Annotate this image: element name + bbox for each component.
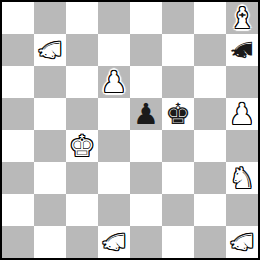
- white-pawn-d6: ♟: [101, 66, 127, 98]
- square-d7[interactable]: [98, 34, 130, 66]
- square-c2[interactable]: [66, 194, 98, 226]
- square-h4[interactable]: [226, 130, 258, 162]
- square-c3[interactable]: [66, 162, 98, 194]
- chess-board: ♝♞♞♟♟♚♟♚♞♞♞: [0, 0, 260, 260]
- white-king-c4: ♚: [69, 130, 95, 162]
- chess-diagram: ♝♞♞♟♟♚♟♚♞♞♞: [0, 0, 260, 260]
- square-b2[interactable]: [34, 194, 66, 226]
- square-d8[interactable]: [98, 2, 130, 34]
- square-d4[interactable]: [98, 130, 130, 162]
- square-e5[interactable]: ♟: [130, 98, 162, 130]
- square-f8[interactable]: [162, 2, 194, 34]
- square-h6[interactable]: [226, 66, 258, 98]
- square-f6[interactable]: [162, 66, 194, 98]
- white-nightrider-d1: ♞: [98, 229, 130, 255]
- square-b4[interactable]: [34, 130, 66, 162]
- square-f1[interactable]: [162, 226, 194, 258]
- square-b6[interactable]: [34, 66, 66, 98]
- white-knight-h3: ♞: [229, 162, 255, 194]
- square-a7[interactable]: [2, 34, 34, 66]
- square-g4[interactable]: [194, 130, 226, 162]
- square-c4[interactable]: ♚: [66, 130, 98, 162]
- square-g2[interactable]: [194, 194, 226, 226]
- square-b1[interactable]: [34, 226, 66, 258]
- square-d6[interactable]: ♟: [98, 66, 130, 98]
- square-b3[interactable]: [34, 162, 66, 194]
- square-d1[interactable]: ♞: [98, 226, 130, 258]
- square-a6[interactable]: [2, 66, 34, 98]
- square-e7[interactable]: [130, 34, 162, 66]
- square-f3[interactable]: [162, 162, 194, 194]
- square-e2[interactable]: [130, 194, 162, 226]
- square-g7[interactable]: [194, 34, 226, 66]
- square-h8[interactable]: ♝: [226, 2, 258, 34]
- square-e1[interactable]: [130, 226, 162, 258]
- square-d3[interactable]: [98, 162, 130, 194]
- black-nightrider-h7: ♞: [226, 37, 258, 63]
- square-f4[interactable]: [162, 130, 194, 162]
- square-a1[interactable]: [2, 226, 34, 258]
- white-nightrider-b7: ♞: [34, 37, 66, 63]
- square-c1[interactable]: [66, 226, 98, 258]
- square-f5[interactable]: ♚: [162, 98, 194, 130]
- square-g6[interactable]: [194, 66, 226, 98]
- square-h5[interactable]: ♟: [226, 98, 258, 130]
- square-b5[interactable]: [34, 98, 66, 130]
- square-d2[interactable]: [98, 194, 130, 226]
- square-e8[interactable]: [130, 2, 162, 34]
- black-pawn-e5: ♟: [133, 98, 159, 130]
- square-c5[interactable]: [66, 98, 98, 130]
- square-c6[interactable]: [66, 66, 98, 98]
- square-a2[interactable]: [2, 194, 34, 226]
- square-a8[interactable]: [2, 2, 34, 34]
- square-c7[interactable]: [66, 34, 98, 66]
- white-pawn-h5: ♟: [229, 98, 255, 130]
- square-g8[interactable]: [194, 2, 226, 34]
- square-a4[interactable]: [2, 130, 34, 162]
- square-h1[interactable]: ♞: [226, 226, 258, 258]
- black-king-f5: ♚: [165, 98, 191, 130]
- square-e6[interactable]: [130, 66, 162, 98]
- square-f7[interactable]: [162, 34, 194, 66]
- white-bishop-h8: ♝: [229, 2, 255, 34]
- square-h7[interactable]: ♞: [226, 34, 258, 66]
- square-b7[interactable]: ♞: [34, 34, 66, 66]
- square-f2[interactable]: [162, 194, 194, 226]
- square-c8[interactable]: [66, 2, 98, 34]
- square-h2[interactable]: [226, 194, 258, 226]
- square-h3[interactable]: ♞: [226, 162, 258, 194]
- square-g5[interactable]: [194, 98, 226, 130]
- square-a5[interactable]: [2, 98, 34, 130]
- square-g3[interactable]: [194, 162, 226, 194]
- square-e4[interactable]: [130, 130, 162, 162]
- square-e3[interactable]: [130, 162, 162, 194]
- square-d5[interactable]: [98, 98, 130, 130]
- square-g1[interactable]: [194, 226, 226, 258]
- white-nightrider-h1: ♞: [226, 229, 258, 255]
- square-b8[interactable]: [34, 2, 66, 34]
- square-a3[interactable]: [2, 162, 34, 194]
